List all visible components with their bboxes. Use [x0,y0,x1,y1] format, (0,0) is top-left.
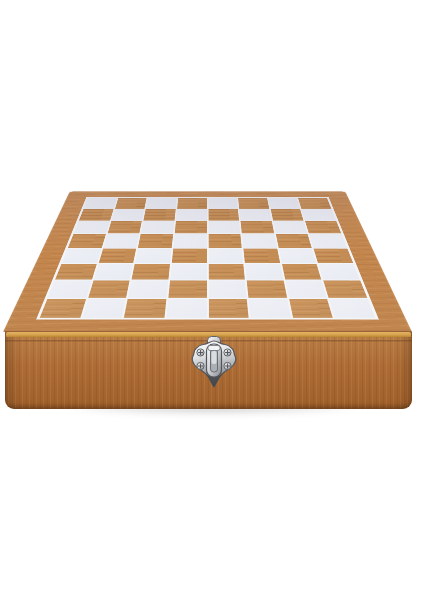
board-square [173,234,206,247]
board-square [268,198,300,208]
board-square [172,248,207,262]
board-square [146,198,177,208]
board-square [124,299,166,318]
board-square [298,198,331,208]
board-square [128,280,168,297]
board-square [138,234,173,247]
board-square [176,209,207,220]
board-square [239,209,271,220]
board-square [305,221,341,233]
board-square [271,209,304,220]
board-square [144,209,176,220]
board-square [175,221,207,233]
board-square [208,209,239,220]
board-square [48,280,92,297]
board-square [208,234,241,247]
latch-pivot-bar [208,346,220,351]
board-square [238,198,269,208]
board-square [208,248,243,262]
board-square [177,198,207,208]
board-square [55,264,96,280]
latch-clasp-icon [189,336,239,390]
board-square [88,280,130,297]
board-square [314,248,353,262]
board-square [245,264,283,280]
board-square [170,264,207,280]
board-square [318,264,359,280]
board-square [107,221,142,233]
board-square [247,280,287,297]
board-square [99,248,137,262]
board-square [132,264,170,280]
board-square [103,234,139,247]
board-square [289,299,333,318]
board-square [279,248,317,262]
board-square [309,234,347,247]
board-square [40,299,86,318]
board-square [249,299,291,318]
board-square [285,280,327,297]
board-square [166,299,206,318]
board-square [168,280,206,297]
board-square [79,209,113,220]
board-square [62,248,101,262]
board-square [208,280,246,297]
board-square [243,248,279,262]
board-square [242,234,277,247]
board-square [208,299,248,318]
board-square [241,221,274,233]
board-square [302,209,336,220]
board-square [74,221,110,233]
board-square [208,221,240,233]
latch-slot-highlight [212,351,217,364]
board-frame [36,197,379,319]
board-square [273,221,308,233]
board-square [111,209,144,220]
board-square [93,264,133,280]
board-square [84,198,117,208]
board-square [115,198,147,208]
board-square [329,299,375,318]
board-square [208,198,238,208]
board-square [68,234,106,247]
board-square [208,264,245,280]
chessboard [40,198,375,317]
board-square [276,234,312,247]
board-square [141,221,174,233]
box-lid-top [3,191,412,332]
box-front-face [5,330,412,409]
board-square [135,248,171,262]
product-photo [0,0,424,600]
board-square [82,299,126,318]
board-square [324,280,368,297]
board-square [282,264,322,280]
